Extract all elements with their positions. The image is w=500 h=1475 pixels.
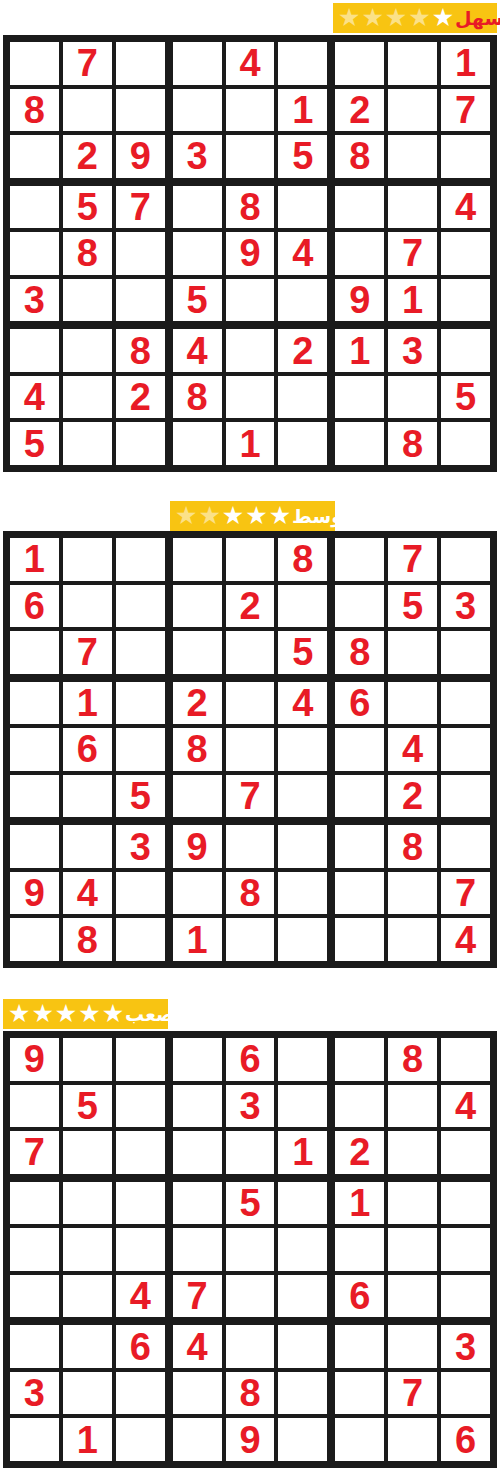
difficulty-banner-hard: ★★★★★ صعب bbox=[3, 999, 168, 1029]
cell-r1c4[interactable] bbox=[173, 1038, 222, 1081]
difficulty-label-medium: وسط bbox=[292, 501, 343, 531]
cell-r8c4[interactable]: 8 bbox=[173, 376, 222, 419]
cell-r4c6[interactable] bbox=[278, 1182, 327, 1225]
cell-r3c5[interactable] bbox=[226, 135, 275, 178]
cell-r1c8[interactable]: 7 bbox=[388, 538, 437, 581]
cell-r3c5[interactable] bbox=[226, 1131, 275, 1174]
cell-r9c5[interactable]: 9 bbox=[226, 1418, 275, 1461]
cell-r9c8[interactable]: 8 bbox=[388, 422, 437, 465]
cell-r9c1[interactable]: 5 bbox=[10, 422, 59, 465]
cell-r7c1[interactable] bbox=[10, 329, 59, 372]
sudoku-box: 5783 bbox=[10, 186, 165, 322]
cell-r4c8[interactable] bbox=[388, 186, 437, 229]
sudoku-box: 57 bbox=[173, 1182, 328, 1318]
cell-r5c4[interactable]: 8 bbox=[173, 728, 222, 771]
cell-r6c5[interactable]: 7 bbox=[226, 775, 275, 818]
cell-r6c8[interactable] bbox=[388, 1275, 437, 1318]
cell-r3c4[interactable] bbox=[173, 1131, 222, 1174]
cell-r6c7[interactable]: 6 bbox=[335, 1275, 384, 1318]
cell-r1c5[interactable]: 6 bbox=[226, 1038, 275, 1081]
cell-r1c7[interactable] bbox=[335, 1038, 384, 1081]
cell-r8c3[interactable] bbox=[116, 872, 165, 915]
cell-r5c6[interactable] bbox=[278, 728, 327, 771]
cell-r4c1[interactable] bbox=[10, 682, 59, 725]
cell-r9c8[interactable] bbox=[388, 918, 437, 961]
star-filled-icon: ★ bbox=[245, 503, 268, 529]
sudoku-box: 2487 bbox=[173, 682, 328, 818]
cell-r4c3[interactable] bbox=[116, 1182, 165, 1225]
cell-r9c9[interactable]: 4 bbox=[441, 918, 490, 961]
cell-r7c8[interactable]: 8 bbox=[388, 825, 437, 868]
cell-r7c5[interactable] bbox=[226, 825, 275, 868]
cell-r4c1[interactable] bbox=[10, 186, 59, 229]
sudoku-box: 3948 bbox=[10, 825, 165, 961]
sudoku-box: 4791 bbox=[335, 186, 490, 322]
cell-r9c9[interactable]: 6 bbox=[441, 1418, 490, 1461]
cell-r8c9[interactable]: 5 bbox=[441, 376, 490, 419]
cell-r5c5[interactable]: 9 bbox=[226, 232, 275, 275]
cell-r2c7[interactable] bbox=[335, 585, 384, 628]
cell-r4c4[interactable] bbox=[173, 186, 222, 229]
difficulty-banner-easy: ★★★★★ سهل bbox=[333, 3, 497, 33]
cell-r4c3[interactable]: 7 bbox=[116, 186, 165, 229]
cell-r3c9[interactable] bbox=[441, 1131, 490, 1174]
cell-r1c3[interactable] bbox=[116, 538, 165, 581]
sudoku-page: ★★★★★ سهل 782941351278578389454791842542… bbox=[0, 0, 500, 1475]
cell-r3c6[interactable]: 1 bbox=[278, 1131, 327, 1174]
cell-r2c3[interactable] bbox=[116, 1085, 165, 1128]
sudoku-box: 8945 bbox=[173, 186, 328, 322]
cell-r5c1[interactable] bbox=[10, 1228, 59, 1271]
cell-r4c8[interactable] bbox=[388, 682, 437, 725]
sudoku-box: 981 bbox=[173, 825, 328, 961]
cell-r4c5[interactable]: 8 bbox=[226, 186, 275, 229]
cell-r5c3[interactable] bbox=[116, 1228, 165, 1271]
cell-r3c4[interactable] bbox=[173, 631, 222, 674]
sudoku-grid-hard: 95763184245716631489376 bbox=[3, 1031, 497, 1468]
cell-r9c4[interactable] bbox=[173, 422, 222, 465]
cell-r8c5[interactable]: 8 bbox=[226, 872, 275, 915]
cell-r8c9[interactable] bbox=[441, 1372, 490, 1415]
cell-r2c2[interactable] bbox=[63, 585, 112, 628]
cell-r2c3[interactable] bbox=[116, 89, 165, 132]
cell-r6c1[interactable]: 3 bbox=[10, 279, 59, 322]
cell-r1c8[interactable] bbox=[388, 42, 437, 85]
cell-r2c8[interactable]: 5 bbox=[388, 585, 437, 628]
cell-r3c4[interactable]: 3 bbox=[173, 135, 222, 178]
sudoku-box: 842 bbox=[335, 1038, 490, 1174]
cell-r3c2[interactable] bbox=[63, 1131, 112, 1174]
cell-r2c3[interactable] bbox=[116, 585, 165, 628]
sudoku-box: 4 bbox=[10, 1182, 165, 1318]
cell-r9c6[interactable] bbox=[278, 918, 327, 961]
cell-r5c7[interactable] bbox=[335, 728, 384, 771]
cell-r3c8[interactable] bbox=[388, 1131, 437, 1174]
cell-r2c2[interactable]: 5 bbox=[63, 1085, 112, 1128]
cell-r7c9[interactable] bbox=[441, 825, 490, 868]
cell-r8c1[interactable]: 9 bbox=[10, 872, 59, 915]
cell-r2c5[interactable]: 2 bbox=[226, 585, 275, 628]
cell-r3c6[interactable]: 5 bbox=[278, 631, 327, 674]
cell-r4c2[interactable]: 5 bbox=[63, 186, 112, 229]
cell-r4c4[interactable]: 2 bbox=[173, 682, 222, 725]
difficulty-label-easy: سهل bbox=[455, 3, 500, 33]
cell-r3c7[interactable]: 8 bbox=[335, 135, 384, 178]
cell-r8c6[interactable] bbox=[278, 1372, 327, 1415]
cell-r1c9[interactable] bbox=[441, 1038, 490, 1081]
cell-r3c7[interactable]: 8 bbox=[335, 631, 384, 674]
sudoku-box: 16 bbox=[335, 1182, 490, 1318]
cell-r9c6[interactable] bbox=[278, 422, 327, 465]
cell-r5c5[interactable] bbox=[226, 728, 275, 771]
cell-r9c5[interactable]: 1 bbox=[226, 422, 275, 465]
cell-r5c2[interactable]: 6 bbox=[63, 728, 112, 771]
cell-r3c1[interactable] bbox=[10, 135, 59, 178]
cell-r2c1[interactable] bbox=[10, 1085, 59, 1128]
cell-r4c3[interactable] bbox=[116, 682, 165, 725]
cell-r2c6[interactable] bbox=[278, 585, 327, 628]
cell-r6c1[interactable] bbox=[10, 775, 59, 818]
cell-r5c8[interactable]: 4 bbox=[388, 728, 437, 771]
cell-r9c4[interactable] bbox=[173, 1418, 222, 1461]
cell-r3c8[interactable] bbox=[388, 135, 437, 178]
sudoku-box: 1358 bbox=[335, 329, 490, 465]
cell-r6c3[interactable]: 4 bbox=[116, 1275, 165, 1318]
cell-r5c7[interactable] bbox=[335, 232, 384, 275]
cell-r5c8[interactable]: 7 bbox=[388, 232, 437, 275]
cell-r7c3[interactable]: 6 bbox=[116, 1325, 165, 1368]
cell-r8c3[interactable]: 2 bbox=[116, 376, 165, 419]
cell-r3c9[interactable] bbox=[441, 135, 490, 178]
cell-r6c9[interactable] bbox=[441, 1275, 490, 1318]
cell-r9c3[interactable] bbox=[116, 918, 165, 961]
star-filled-icon: ★ bbox=[269, 503, 292, 529]
sudoku-box: 7829 bbox=[10, 42, 165, 178]
cell-r7c7[interactable] bbox=[335, 1325, 384, 1368]
star-filled-icon: ★ bbox=[432, 5, 455, 31]
star-filled-icon: ★ bbox=[55, 1001, 78, 1027]
cell-r1c3[interactable] bbox=[116, 1038, 165, 1081]
cell-r5c1[interactable] bbox=[10, 728, 59, 771]
cell-r6c6[interactable] bbox=[278, 279, 327, 322]
cell-r6c4[interactable]: 7 bbox=[173, 1275, 222, 1318]
cell-r3c3[interactable]: 9 bbox=[116, 135, 165, 178]
cell-r7c2[interactable] bbox=[63, 1325, 112, 1368]
cell-r8c7[interactable] bbox=[335, 872, 384, 915]
cell-r5c6[interactable] bbox=[278, 1228, 327, 1271]
cell-r6c3[interactable]: 5 bbox=[116, 775, 165, 818]
cell-r3c1[interactable] bbox=[10, 631, 59, 674]
cell-r9c2[interactable]: 1 bbox=[63, 1418, 112, 1461]
cell-r8c2[interactable]: 4 bbox=[63, 872, 112, 915]
sudoku-grid-easy: 782941351278578389454791842542811358 bbox=[3, 35, 497, 472]
cell-r5c6[interactable]: 4 bbox=[278, 232, 327, 275]
star-filled-icon: ★ bbox=[222, 503, 245, 529]
sudoku-box: 642 bbox=[335, 682, 490, 818]
cell-r4c2[interactable] bbox=[63, 1182, 112, 1225]
cell-r5c8[interactable] bbox=[388, 1228, 437, 1271]
cell-r2c9[interactable]: 3 bbox=[441, 585, 490, 628]
cell-r7c4[interactable]: 4 bbox=[173, 329, 222, 372]
cell-r3c8[interactable] bbox=[388, 631, 437, 674]
cell-r4c8[interactable] bbox=[388, 1182, 437, 1225]
cell-r2c5[interactable] bbox=[226, 89, 275, 132]
cell-r6c5[interactable] bbox=[226, 1275, 275, 1318]
cell-r4c9[interactable] bbox=[441, 1182, 490, 1225]
cell-r9c7[interactable] bbox=[335, 1418, 384, 1461]
cell-r4c9[interactable] bbox=[441, 682, 490, 725]
cell-r8c7[interactable] bbox=[335, 376, 384, 419]
star-empty-icon: ★ bbox=[198, 503, 221, 529]
cell-r6c4[interactable]: 5 bbox=[173, 279, 222, 322]
cell-r2c7[interactable]: 2 bbox=[335, 89, 384, 132]
cell-r4c6[interactable] bbox=[278, 186, 327, 229]
cell-r4c5[interactable] bbox=[226, 682, 275, 725]
star-filled-icon: ★ bbox=[31, 1001, 54, 1027]
cell-r6c8[interactable]: 1 bbox=[388, 279, 437, 322]
star-filled-icon: ★ bbox=[102, 1001, 125, 1027]
cell-r3c3[interactable] bbox=[116, 631, 165, 674]
cell-r1c5[interactable]: 4 bbox=[226, 42, 275, 85]
cell-r2c4[interactable] bbox=[173, 1085, 222, 1128]
cell-r6c9[interactable] bbox=[441, 279, 490, 322]
cell-r1c7[interactable] bbox=[335, 538, 384, 581]
difficulty-banner-medium: ★★★★★ وسط bbox=[170, 501, 335, 531]
cell-r2c4[interactable] bbox=[173, 89, 222, 132]
cell-r3c7[interactable]: 2 bbox=[335, 1131, 384, 1174]
sudoku-box: 631 bbox=[10, 1325, 165, 1461]
cell-r7c9[interactable]: 3 bbox=[441, 1325, 490, 1368]
cell-r8c9[interactable]: 7 bbox=[441, 872, 490, 915]
cell-r8c5[interactable] bbox=[226, 376, 275, 419]
cell-r2c8[interactable] bbox=[388, 89, 437, 132]
cell-r7c9[interactable] bbox=[441, 329, 490, 372]
cell-r1c7[interactable] bbox=[335, 42, 384, 85]
cell-r9c8[interactable] bbox=[388, 1418, 437, 1461]
cell-r2c9[interactable]: 4 bbox=[441, 1085, 490, 1128]
cell-r1c6[interactable]: 8 bbox=[278, 538, 327, 581]
cell-r4c7[interactable]: 1 bbox=[335, 1182, 384, 1225]
cell-r8c6[interactable] bbox=[278, 376, 327, 419]
sudoku-box: 7538 bbox=[335, 538, 490, 674]
cell-r9c1[interactable] bbox=[10, 1418, 59, 1461]
cell-r2c8[interactable] bbox=[388, 1085, 437, 1128]
sudoku-box: 874 bbox=[335, 825, 490, 961]
cell-r3c1[interactable]: 7 bbox=[10, 1131, 59, 1174]
cell-r4c7[interactable]: 6 bbox=[335, 682, 384, 725]
cell-r3c2[interactable]: 7 bbox=[63, 631, 112, 674]
sudoku-box: 631 bbox=[173, 1038, 328, 1174]
cell-r8c7[interactable] bbox=[335, 1372, 384, 1415]
cell-r5c7[interactable] bbox=[335, 1228, 384, 1271]
cell-r7c5[interactable] bbox=[226, 1325, 275, 1368]
cell-r6c7[interactable]: 9 bbox=[335, 279, 384, 322]
cell-r1c8[interactable]: 8 bbox=[388, 1038, 437, 1081]
cell-r5c9[interactable] bbox=[441, 232, 490, 275]
cell-r9c7[interactable] bbox=[335, 422, 384, 465]
cell-r8c4[interactable] bbox=[173, 1372, 222, 1415]
cell-r7c7[interactable] bbox=[335, 825, 384, 868]
cell-r5c9[interactable] bbox=[441, 728, 490, 771]
cell-r1c9[interactable]: 1 bbox=[441, 42, 490, 85]
cell-r2c6[interactable]: 1 bbox=[278, 89, 327, 132]
cell-r7c5[interactable] bbox=[226, 329, 275, 372]
cell-r3c9[interactable] bbox=[441, 631, 490, 674]
sudoku-box: 957 bbox=[10, 1038, 165, 1174]
sudoku-box: 4135 bbox=[173, 42, 328, 178]
cell-r4c7[interactable] bbox=[335, 186, 384, 229]
cell-r8c6[interactable] bbox=[278, 872, 327, 915]
cell-r1c6[interactable] bbox=[278, 42, 327, 85]
cell-r8c2[interactable] bbox=[63, 376, 112, 419]
sudoku-box: 165 bbox=[10, 682, 165, 818]
cell-r6c7[interactable] bbox=[335, 775, 384, 818]
star-empty-icon: ★ bbox=[338, 5, 361, 31]
cell-r9c9[interactable] bbox=[441, 422, 490, 465]
cell-r9c3[interactable] bbox=[116, 422, 165, 465]
cell-r8c4[interactable] bbox=[173, 872, 222, 915]
cell-r6c5[interactable] bbox=[226, 279, 275, 322]
cell-r7c3[interactable]: 3 bbox=[116, 825, 165, 868]
cell-r6c2[interactable] bbox=[63, 279, 112, 322]
cell-r5c2[interactable]: 8 bbox=[63, 232, 112, 275]
star-rating-easy: ★★★★★ bbox=[338, 5, 455, 31]
cell-r4c6[interactable]: 4 bbox=[278, 682, 327, 725]
cell-r7c1[interactable] bbox=[10, 1325, 59, 1368]
cell-r4c2[interactable]: 1 bbox=[63, 682, 112, 725]
cell-r1c2[interactable] bbox=[63, 538, 112, 581]
cell-r2c2[interactable] bbox=[63, 89, 112, 132]
cell-r4c9[interactable]: 4 bbox=[441, 186, 490, 229]
cell-r2c7[interactable] bbox=[335, 1085, 384, 1128]
cell-r5c1[interactable] bbox=[10, 232, 59, 275]
cell-r3c5[interactable] bbox=[226, 631, 275, 674]
cell-r6c6[interactable] bbox=[278, 775, 327, 818]
cell-r6c2[interactable] bbox=[63, 1275, 112, 1318]
sudoku-grid-medium: 167825753816524876423948981874 bbox=[3, 531, 497, 968]
cell-r8c2[interactable] bbox=[63, 1372, 112, 1415]
difficulty-label-hard: صعب bbox=[125, 999, 174, 1029]
cell-r2c9[interactable]: 7 bbox=[441, 89, 490, 132]
cell-r6c9[interactable] bbox=[441, 775, 490, 818]
cell-r7c6[interactable]: 2 bbox=[278, 329, 327, 372]
cell-r2c1[interactable]: 8 bbox=[10, 89, 59, 132]
cell-r1c1[interactable] bbox=[10, 42, 59, 85]
cell-r7c4[interactable]: 9 bbox=[173, 825, 222, 868]
cell-r5c5[interactable] bbox=[226, 1228, 275, 1271]
sudoku-box: 489 bbox=[173, 1325, 328, 1461]
cell-r8c8[interactable]: 7 bbox=[388, 1372, 437, 1415]
cell-r6c2[interactable] bbox=[63, 775, 112, 818]
cell-r7c7[interactable]: 1 bbox=[335, 329, 384, 372]
cell-r6c4[interactable] bbox=[173, 775, 222, 818]
star-empty-icon: ★ bbox=[175, 503, 198, 529]
star-empty-icon: ★ bbox=[408, 5, 431, 31]
cell-r5c9[interactable] bbox=[441, 1228, 490, 1271]
star-rating-hard: ★★★★★ bbox=[8, 1001, 125, 1027]
cell-r8c1[interactable]: 3 bbox=[10, 1372, 59, 1415]
cell-r4c5[interactable]: 5 bbox=[226, 1182, 275, 1225]
cell-r5c3[interactable] bbox=[116, 232, 165, 275]
star-filled-icon: ★ bbox=[8, 1001, 31, 1027]
cell-r6c1[interactable] bbox=[10, 1275, 59, 1318]
cell-r7c6[interactable] bbox=[278, 825, 327, 868]
cell-r5c4[interactable] bbox=[173, 232, 222, 275]
cell-r4c4[interactable] bbox=[173, 1182, 222, 1225]
sudoku-box: 825 bbox=[173, 538, 328, 674]
cell-r7c2[interactable] bbox=[63, 329, 112, 372]
cell-r9c6[interactable] bbox=[278, 1418, 327, 1461]
cell-r1c4[interactable] bbox=[173, 42, 222, 85]
cell-r2c6[interactable] bbox=[278, 1085, 327, 1128]
cell-r1c2[interactable]: 7 bbox=[63, 42, 112, 85]
cell-r3c2[interactable]: 2 bbox=[63, 135, 112, 178]
cell-r8c1[interactable]: 4 bbox=[10, 376, 59, 419]
cell-r5c3[interactable] bbox=[116, 728, 165, 771]
cell-r6c3[interactable] bbox=[116, 279, 165, 322]
star-rating-medium: ★★★★★ bbox=[175, 503, 292, 529]
cell-r7c3[interactable]: 8 bbox=[116, 329, 165, 372]
cell-r9c2[interactable]: 8 bbox=[63, 918, 112, 961]
cell-r5c2[interactable] bbox=[63, 1228, 112, 1271]
sudoku-box: 376 bbox=[335, 1325, 490, 1461]
cell-r8c8[interactable] bbox=[388, 376, 437, 419]
cell-r1c3[interactable] bbox=[116, 42, 165, 85]
cell-r5c4[interactable] bbox=[173, 1228, 222, 1271]
cell-r1c2[interactable] bbox=[63, 1038, 112, 1081]
cell-r3c6[interactable]: 5 bbox=[278, 135, 327, 178]
cell-r7c1[interactable] bbox=[10, 825, 59, 868]
star-empty-icon: ★ bbox=[385, 5, 408, 31]
star-empty-icon: ★ bbox=[361, 5, 384, 31]
cell-r8c3[interactable] bbox=[116, 1372, 165, 1415]
cell-r7c2[interactable] bbox=[63, 825, 112, 868]
cell-r1c1[interactable]: 1 bbox=[10, 538, 59, 581]
cell-r8c5[interactable]: 8 bbox=[226, 1372, 275, 1415]
cell-r1c5[interactable] bbox=[226, 538, 275, 581]
cell-r9c7[interactable] bbox=[335, 918, 384, 961]
cell-r2c1[interactable]: 6 bbox=[10, 585, 59, 628]
sudoku-box: 4281 bbox=[173, 329, 328, 465]
sudoku-box: 167 bbox=[10, 538, 165, 674]
cell-r8c8[interactable] bbox=[388, 872, 437, 915]
cell-r9c5[interactable] bbox=[226, 918, 275, 961]
cell-r9c2[interactable] bbox=[63, 422, 112, 465]
cell-r1c6[interactable] bbox=[278, 1038, 327, 1081]
cell-r6c8[interactable]: 2 bbox=[388, 775, 437, 818]
cell-r3c3[interactable] bbox=[116, 1131, 165, 1174]
sudoku-box: 8425 bbox=[10, 329, 165, 465]
cell-r1c4[interactable] bbox=[173, 538, 222, 581]
cell-r7c4[interactable]: 4 bbox=[173, 1325, 222, 1368]
cell-r9c3[interactable] bbox=[116, 1418, 165, 1461]
cell-r7c8[interactable] bbox=[388, 1325, 437, 1368]
cell-r1c1[interactable]: 9 bbox=[10, 1038, 59, 1081]
cell-r1c9[interactable] bbox=[441, 538, 490, 581]
cell-r2c5[interactable]: 3 bbox=[226, 1085, 275, 1128]
cell-r6c6[interactable] bbox=[278, 1275, 327, 1318]
cell-r9c1[interactable] bbox=[10, 918, 59, 961]
cell-r4c1[interactable] bbox=[10, 1182, 59, 1225]
cell-r7c8[interactable]: 3 bbox=[388, 329, 437, 372]
sudoku-box: 1278 bbox=[335, 42, 490, 178]
cell-r7c6[interactable] bbox=[278, 1325, 327, 1368]
cell-r9c4[interactable]: 1 bbox=[173, 918, 222, 961]
star-filled-icon: ★ bbox=[78, 1001, 101, 1027]
cell-r2c4[interactable] bbox=[173, 585, 222, 628]
